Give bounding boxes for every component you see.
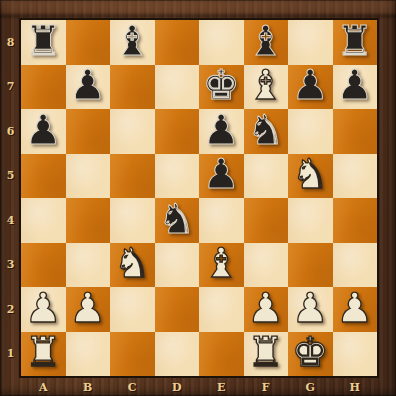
square-a8[interactable]: ♜ — [21, 20, 66, 65]
black-pawn-e5[interactable]: ♟ — [203, 154, 240, 195]
file-label-h: H — [333, 378, 378, 396]
square-g1[interactable]: ♚ — [288, 332, 333, 377]
square-g2[interactable]: ♟ — [288, 287, 333, 332]
square-a4[interactable] — [21, 198, 66, 243]
file-label-b: B — [66, 378, 111, 396]
square-c1[interactable] — [110, 332, 155, 377]
square-h7[interactable]: ♟ — [333, 65, 378, 110]
white-knight-g5[interactable]: ♞ — [292, 154, 329, 195]
square-g6[interactable] — [288, 109, 333, 154]
square-h6[interactable] — [333, 109, 378, 154]
black-pawn-b7[interactable]: ♟ — [69, 65, 106, 106]
square-d6[interactable] — [155, 109, 200, 154]
square-f4[interactable] — [244, 198, 289, 243]
black-rook-h8[interactable]: ♜ — [336, 21, 373, 62]
white-rook-f1[interactable]: ♜ — [247, 332, 284, 373]
square-c4[interactable] — [110, 198, 155, 243]
square-a6[interactable]: ♟ — [21, 109, 66, 154]
square-b8[interactable] — [66, 20, 111, 65]
white-bishop-f7[interactable]: ♝ — [247, 65, 284, 106]
file-label-d: D — [155, 378, 200, 396]
square-g3[interactable] — [288, 243, 333, 288]
square-f7[interactable]: ♝ — [244, 65, 289, 110]
rank-label-3: 3 — [0, 243, 19, 288]
square-h4[interactable] — [333, 198, 378, 243]
square-d8[interactable] — [155, 20, 200, 65]
square-b7[interactable]: ♟ — [66, 65, 111, 110]
square-e8[interactable] — [199, 20, 244, 65]
square-h5[interactable] — [333, 154, 378, 199]
white-pawn-h2[interactable]: ♟ — [336, 288, 373, 329]
black-pawn-e6[interactable]: ♟ — [203, 110, 240, 151]
white-pawn-f2[interactable]: ♟ — [247, 288, 284, 329]
rank-label-7: 7 — [0, 65, 19, 110]
square-a3[interactable] — [21, 243, 66, 288]
white-knight-c3[interactable]: ♞ — [114, 243, 151, 284]
white-bishop-e3[interactable]: ♝ — [203, 243, 240, 284]
square-d5[interactable] — [155, 154, 200, 199]
rank-label-2: 2 — [0, 287, 19, 332]
black-bishop-f8[interactable]: ♝ — [247, 21, 284, 62]
square-h8[interactable]: ♜ — [333, 20, 378, 65]
black-knight-f6[interactable]: ♞ — [247, 110, 284, 151]
square-c7[interactable] — [110, 65, 155, 110]
square-g4[interactable] — [288, 198, 333, 243]
square-f2[interactable]: ♟ — [244, 287, 289, 332]
black-knight-d4[interactable]: ♞ — [158, 199, 195, 240]
square-e5[interactable]: ♟ — [199, 154, 244, 199]
file-label-a: A — [21, 378, 66, 396]
white-pawn-g2[interactable]: ♟ — [292, 288, 329, 329]
square-b3[interactable] — [66, 243, 111, 288]
square-e4[interactable] — [199, 198, 244, 243]
black-pawn-g7[interactable]: ♟ — [292, 65, 329, 106]
black-pawn-a6[interactable]: ♟ — [25, 110, 62, 151]
square-c2[interactable] — [110, 287, 155, 332]
white-pawn-b2[interactable]: ♟ — [69, 288, 106, 329]
square-h1[interactable] — [333, 332, 378, 377]
square-h2[interactable]: ♟ — [333, 287, 378, 332]
square-c8[interactable]: ♝ — [110, 20, 155, 65]
square-e3[interactable]: ♝ — [199, 243, 244, 288]
square-e6[interactable]: ♟ — [199, 109, 244, 154]
white-pawn-a2[interactable]: ♟ — [25, 288, 62, 329]
square-d2[interactable] — [155, 287, 200, 332]
square-f6[interactable]: ♞ — [244, 109, 289, 154]
square-b1[interactable] — [66, 332, 111, 377]
file-labels: ABCDEFGH — [21, 378, 377, 396]
square-a2[interactable]: ♟ — [21, 287, 66, 332]
square-g7[interactable]: ♟ — [288, 65, 333, 110]
square-f1[interactable]: ♜ — [244, 332, 289, 377]
square-e1[interactable] — [199, 332, 244, 377]
chessboard: ♜♝♝♜♟♚♝♟♟♟♟♞♟♞♞♞♝♟♟♟♟♟♜♜♚ — [19, 18, 379, 378]
square-b2[interactable]: ♟ — [66, 287, 111, 332]
board-frame: 87654321 ♜♝♝♜♟♚♝♟♟♟♟♞♟♞♞♞♝♟♟♟♟♟♜♜♚ ABCDE… — [0, 0, 396, 396]
square-a5[interactable] — [21, 154, 66, 199]
file-label-c: C — [110, 378, 155, 396]
rank-label-8: 8 — [0, 20, 19, 65]
square-g8[interactable] — [288, 20, 333, 65]
square-c6[interactable] — [110, 109, 155, 154]
square-b5[interactable] — [66, 154, 111, 199]
square-b6[interactable] — [66, 109, 111, 154]
rank-label-6: 6 — [0, 109, 19, 154]
black-rook-a8[interactable]: ♜ — [25, 21, 62, 62]
square-b4[interactable] — [66, 198, 111, 243]
square-d1[interactable] — [155, 332, 200, 377]
black-pawn-h7[interactable]: ♟ — [336, 65, 373, 106]
square-f8[interactable]: ♝ — [244, 20, 289, 65]
square-d3[interactable] — [155, 243, 200, 288]
file-label-f: F — [244, 378, 289, 396]
black-bishop-c8[interactable]: ♝ — [114, 21, 151, 62]
square-d7[interactable] — [155, 65, 200, 110]
square-g5[interactable]: ♞ — [288, 154, 333, 199]
rank-label-4: 4 — [0, 198, 19, 243]
square-f5[interactable] — [244, 154, 289, 199]
rank-label-5: 5 — [0, 154, 19, 199]
rank-labels: 87654321 — [0, 20, 19, 376]
square-e7[interactable]: ♚ — [199, 65, 244, 110]
file-label-e: E — [199, 378, 244, 396]
file-label-g: G — [288, 378, 333, 396]
square-f3[interactable] — [244, 243, 289, 288]
square-a1[interactable]: ♜ — [21, 332, 66, 377]
rank-label-1: 1 — [0, 332, 19, 377]
square-a7[interactable] — [21, 65, 66, 110]
square-c3[interactable]: ♞ — [110, 243, 155, 288]
white-king-g1[interactable]: ♚ — [292, 332, 329, 373]
square-h3[interactable] — [333, 243, 378, 288]
square-e2[interactable] — [199, 287, 244, 332]
white-rook-a1[interactable]: ♜ — [25, 332, 62, 373]
square-c5[interactable] — [110, 154, 155, 199]
black-king-e7[interactable]: ♚ — [203, 65, 240, 106]
square-d4[interactable]: ♞ — [155, 198, 200, 243]
